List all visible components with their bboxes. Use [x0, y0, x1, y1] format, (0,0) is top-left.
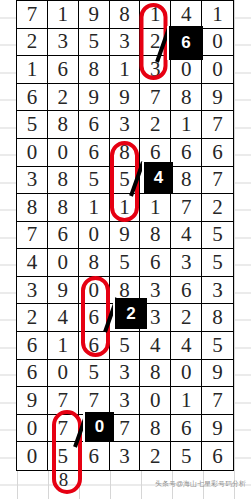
grid-cell: 1 [140, 194, 171, 222]
grid-cell: 5 [79, 167, 110, 195]
grid-cell: 6 [171, 415, 202, 443]
grid-cell: 1 [140, 1, 171, 29]
grid-cell: 1 [202, 1, 233, 29]
grid-cell: 7 [17, 1, 48, 29]
grid-cell: 3 [171, 249, 202, 277]
grid-cell: 5 [110, 167, 141, 195]
grid-cell: 8 [110, 1, 141, 29]
grid-cell: 5 [202, 332, 233, 360]
grid-cell: 9 [79, 1, 110, 29]
grid-cell: 8 [17, 194, 48, 222]
grid-cell: 0 [202, 29, 233, 57]
grid-cell: 5 [79, 360, 110, 388]
grid-cell: 1 [48, 1, 79, 29]
grid-cell: 5 [202, 222, 233, 250]
grid-cell: 6 [48, 222, 79, 250]
grid-cell: 2 [48, 84, 79, 112]
grid-cell: 0 [48, 249, 79, 277]
grid-cell: 7 [48, 387, 79, 415]
grid-cell: 2 [17, 304, 48, 332]
prediction-box-6: 6 [167, 26, 203, 60]
grid-cell: 7 [17, 222, 48, 250]
grid-cell: 0 [17, 415, 48, 443]
grid-cell: 5 [171, 442, 202, 470]
grid-cell: 1 [17, 56, 48, 84]
grid-cell: 4 [171, 332, 202, 360]
grid-cell: 5 [48, 442, 79, 470]
grid-cell: 8 [140, 415, 171, 443]
grid-cell: 0 [79, 277, 110, 305]
grid-cell: 2 [17, 29, 48, 57]
prediction-box-2: 2 [113, 298, 147, 329]
grid-cell: 7 [140, 84, 171, 112]
grid-cell: 0 [79, 222, 110, 250]
grid-cell: 8 [79, 56, 110, 84]
grid-cell: 3 [110, 387, 141, 415]
grid-cell: 9 [79, 84, 110, 112]
next-value-digit: 8 [48, 470, 79, 489]
grid-cell: 6 [79, 111, 110, 139]
grid-cell: 6 [171, 139, 202, 167]
grid-cell: 3 [110, 111, 141, 139]
grid-cell: 4 [171, 222, 202, 250]
grid-cell: 1 [48, 332, 79, 360]
number-grid: 7198141235320168130062997895863217006866… [16, 0, 234, 471]
grid-cell: 9 [202, 360, 233, 388]
grid-cell: 5 [110, 249, 141, 277]
grid-cell: 7 [202, 167, 233, 195]
grid-cell: 2 [140, 111, 171, 139]
grid-cell: 8 [110, 139, 141, 167]
grid-cell: 8 [140, 222, 171, 250]
grid-cell: 6 [202, 139, 233, 167]
grid-cell: 8 [171, 167, 202, 195]
grid-cell: 0 [48, 139, 79, 167]
grid-cell: 8 [202, 304, 233, 332]
grid-cell: 4 [17, 249, 48, 277]
prediction-box-4: 4 [142, 162, 173, 193]
grid-cell: 3 [110, 442, 141, 470]
grid-cell: 5 [110, 332, 141, 360]
grid-cell: 5 [79, 29, 110, 57]
grid-cell: 0 [171, 56, 202, 84]
grid-cell: 4 [48, 304, 79, 332]
grid-cell: 7 [79, 387, 110, 415]
grid-cell: 0 [171, 360, 202, 388]
grid-cell: 9 [110, 84, 141, 112]
grid-cell: 5 [17, 111, 48, 139]
grid-cell: 7 [48, 415, 79, 443]
grid-cell: 9 [17, 387, 48, 415]
grid-cell: 0 [202, 56, 233, 84]
grid-cell: 2 [171, 304, 202, 332]
grid-cell: 8 [48, 167, 79, 195]
grid-cell: 7 [171, 194, 202, 222]
grid-cell: 4 [171, 1, 202, 29]
grid-cell: 8 [48, 111, 79, 139]
grid-cell: 9 [202, 415, 233, 443]
grid-cell: 0 [48, 360, 79, 388]
grid-cell: 3 [17, 277, 48, 305]
grid-cell: 2 [140, 442, 171, 470]
grid-cell: 6 [79, 442, 110, 470]
grid-cell: 1 [110, 194, 141, 222]
grid-cell: 6 [48, 56, 79, 84]
grid-cell: 3 [48, 29, 79, 57]
grid-cell: 3 [17, 167, 48, 195]
grid-cell: 8 [79, 249, 110, 277]
grid-cell: 6 [17, 332, 48, 360]
grid-cell: 6 [79, 332, 110, 360]
grid-cell: 3 [202, 277, 233, 305]
lottery-trend-chart: 7198141235320168130062997895863217006866… [0, 0, 251, 499]
grid-cell: 3 [110, 29, 141, 57]
grid-cell: 5 [202, 249, 233, 277]
grid-cell: 0 [17, 139, 48, 167]
grid-cell: 6 [79, 139, 110, 167]
watermark: 头条号@海山七星彩号码分析 [155, 479, 246, 489]
grid-cell: 9 [202, 84, 233, 112]
grid-cell: 0 [140, 387, 171, 415]
grid-cell: 8 [140, 360, 171, 388]
grid-cell: 6 [17, 360, 48, 388]
grid-cell: 6 [79, 304, 110, 332]
grid-cell: 8 [48, 194, 79, 222]
grid-cell: 3 [110, 360, 141, 388]
grid-cell: 1 [79, 194, 110, 222]
grid-cell: 9 [48, 277, 79, 305]
grid-cell: 7 [202, 111, 233, 139]
grid-cell: 1 [171, 387, 202, 415]
grid-cell: 3 [140, 56, 171, 84]
grid-cell: 6 [202, 442, 233, 470]
grid-cell: 9 [110, 222, 141, 250]
grid-cell: 6 [140, 249, 171, 277]
grid-cell: 0 [17, 442, 48, 470]
grid-cell: 2 [202, 194, 233, 222]
grid-cell: 6 [171, 277, 202, 305]
grid-cell: 1 [171, 111, 202, 139]
grid-cell: 6 [17, 84, 48, 112]
grid-cell: 4 [140, 332, 171, 360]
grid-cell: 7 [110, 415, 141, 443]
grid-cell: 7 [202, 387, 233, 415]
grid-cell: 1 [110, 56, 141, 84]
grid-cell: 8 [171, 84, 202, 112]
prediction-box-0: 0 [83, 412, 114, 442]
